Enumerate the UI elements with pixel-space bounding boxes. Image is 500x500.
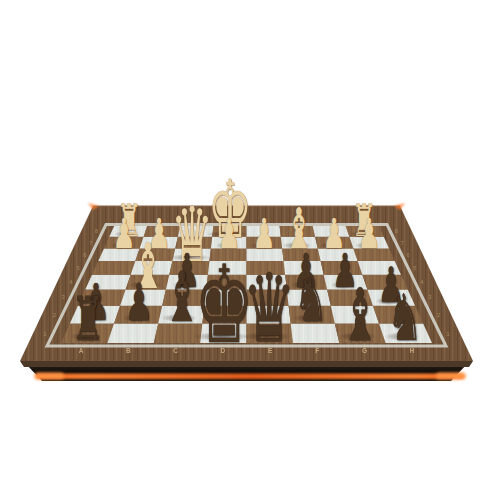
rank-label-right-2: 2: [437, 311, 440, 318]
file-label-f: F: [315, 347, 319, 354]
file-label-e: E: [268, 347, 272, 354]
rank-label-left-7: 7: [89, 240, 92, 246]
rank-label-right-8: 8: [395, 228, 398, 234]
rank-label-left-2: 2: [53, 311, 56, 318]
led-glow-left: [34, 373, 64, 380]
piece-black-rook-a1[interactable]: ♜: [71, 289, 105, 350]
file-label-b: B: [126, 347, 131, 354]
piece-white-pawn-h7[interactable]: ♟: [357, 213, 380, 255]
rank-label-left-3: 3: [61, 294, 64, 300]
file-label-c: C: [173, 347, 178, 354]
file-label-d: D: [221, 347, 226, 354]
piece-black-pawn-b2[interactable]: ♟: [124, 277, 152, 328]
chessboard-scene: ♜♚♜♟♟♟♟♝♟♟♛♝♟♟♟♟♟♟♝♞♜♚♛♝♞ ABCDEFGH112233…: [0, 0, 500, 500]
rank-label-right-7: 7: [401, 240, 404, 246]
rank-label-left-4: 4: [69, 279, 72, 285]
file-label-a: A: [79, 347, 84, 354]
piece-black-knight-f2[interactable]: ♞: [294, 269, 328, 330]
rank-label-right-5: 5: [413, 265, 416, 271]
rank-label-left-5: 5: [76, 265, 79, 271]
rank-label-left-6: 6: [83, 252, 86, 258]
rank-label-left-8: 8: [95, 228, 98, 234]
piece-black-bishop-g1[interactable]: ♝: [340, 279, 380, 351]
piece-black-queen-e1[interactable]: ♛: [243, 261, 296, 356]
piece-black-knight-h1[interactable]: ♞: [387, 286, 423, 350]
file-label-g: G: [362, 347, 367, 354]
rank-label-right-3: 3: [428, 294, 431, 300]
piece-white-pawn-e7[interactable]: ♟: [252, 213, 275, 255]
rank-label-left-1: 1: [43, 330, 46, 337]
rank-label-right-1: 1: [446, 330, 449, 337]
rank-label-right-6: 6: [407, 252, 410, 258]
led-glow-strip: [36, 374, 464, 380]
rank-label-right-4: 4: [420, 279, 423, 285]
led-glow-right: [436, 373, 466, 380]
file-label-h: H: [409, 347, 414, 354]
